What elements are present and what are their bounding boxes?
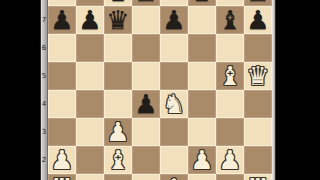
rank-label-1: 1 [41, 174, 47, 180]
rank-label-3: 3 [41, 118, 47, 146]
square-f4[interactable] [188, 90, 216, 118]
black-pawn-e7[interactable]: ♟ [160, 6, 188, 34]
square-b2[interactable] [76, 146, 104, 174]
rank-coordinate-strip: 87654321 [40, 0, 48, 180]
white-pawn-c3[interactable]: ♟ [104, 118, 132, 146]
square-e2[interactable] [160, 146, 188, 174]
board-right-border [272, 0, 276, 180]
square-f7[interactable] [188, 6, 216, 34]
square-e5[interactable] [160, 62, 188, 90]
black-pawn-a7[interactable]: ♟ [48, 6, 76, 34]
square-a3[interactable] [48, 118, 76, 146]
square-b7[interactable]: ♟ [76, 6, 104, 34]
square-b5[interactable] [76, 62, 104, 90]
square-a5[interactable] [48, 62, 76, 90]
board: ♝♜♚♜♟♟♛♟♝♟♝♛♟♞♟♟♝♟♟♜♚♜ [48, 0, 272, 180]
white-pawn-f2[interactable]: ♟ [188, 146, 216, 174]
square-a4[interactable] [48, 90, 76, 118]
square-c6[interactable] [104, 34, 132, 62]
square-e3[interactable] [160, 118, 188, 146]
square-f5[interactable] [188, 62, 216, 90]
square-g7[interactable]: ♝ [216, 6, 244, 34]
square-f2[interactable]: ♟ [188, 146, 216, 174]
rank-label-7: 7 [41, 6, 47, 34]
square-c4[interactable] [104, 90, 132, 118]
square-d6[interactable] [132, 34, 160, 62]
square-e1[interactable]: ♚ [160, 174, 188, 180]
square-b4[interactable] [76, 90, 104, 118]
square-c3[interactable]: ♟ [104, 118, 132, 146]
black-pawn-d4[interactable]: ♟ [132, 90, 160, 118]
rank-label-6: 6 [41, 34, 47, 62]
black-pawn-b7[interactable]: ♟ [76, 6, 104, 34]
white-rook-h1[interactable]: ♜ [244, 174, 272, 180]
square-f6[interactable] [188, 34, 216, 62]
square-h4[interactable] [244, 90, 272, 118]
square-d2[interactable] [132, 146, 160, 174]
rank-label-4: 4 [41, 90, 47, 118]
square-c2[interactable]: ♝ [104, 146, 132, 174]
square-f1[interactable] [188, 174, 216, 180]
square-c5[interactable] [104, 62, 132, 90]
square-d7[interactable] [132, 6, 160, 34]
white-queen-h5[interactable]: ♛ [244, 62, 272, 90]
square-h5[interactable]: ♛ [244, 62, 272, 90]
square-e4[interactable]: ♞ [160, 90, 188, 118]
white-pawn-a2[interactable]: ♟ [48, 146, 76, 174]
square-g1[interactable] [216, 174, 244, 180]
square-c7[interactable]: ♛ [104, 6, 132, 34]
square-f3[interactable] [188, 118, 216, 146]
square-a6[interactable] [48, 34, 76, 62]
square-g4[interactable] [216, 90, 244, 118]
square-e7[interactable]: ♟ [160, 6, 188, 34]
square-d1[interactable] [132, 174, 160, 180]
black-queen-c7[interactable]: ♛ [104, 6, 132, 34]
white-king-e1[interactable]: ♚ [160, 174, 188, 180]
square-b1[interactable] [76, 174, 104, 180]
square-c1[interactable] [104, 174, 132, 180]
white-bishop-c2[interactable]: ♝ [104, 146, 132, 174]
square-a2[interactable]: ♟ [48, 146, 76, 174]
square-h1[interactable]: ♜ [244, 174, 272, 180]
square-h6[interactable] [244, 34, 272, 62]
white-rook-a1[interactable]: ♜ [48, 174, 76, 180]
white-pawn-g2[interactable]: ♟ [216, 146, 244, 174]
square-g2[interactable]: ♟ [216, 146, 244, 174]
square-b3[interactable] [76, 118, 104, 146]
square-b6[interactable] [76, 34, 104, 62]
black-bishop-g7[interactable]: ♝ [216, 6, 244, 34]
square-h3[interactable] [244, 118, 272, 146]
square-d3[interactable] [132, 118, 160, 146]
rank-label-2: 2 [41, 146, 47, 174]
square-g6[interactable] [216, 34, 244, 62]
square-h7[interactable]: ♟ [244, 6, 272, 34]
rank-label-5: 5 [41, 62, 47, 90]
square-a1[interactable]: ♜ [48, 174, 76, 180]
square-a7[interactable]: ♟ [48, 6, 76, 34]
white-knight-e4[interactable]: ♞ [160, 90, 188, 118]
square-d4[interactable]: ♟ [132, 90, 160, 118]
black-pawn-h7[interactable]: ♟ [244, 6, 272, 34]
square-d5[interactable] [132, 62, 160, 90]
square-e6[interactable] [160, 34, 188, 62]
square-h2[interactable] [244, 146, 272, 174]
square-g3[interactable] [216, 118, 244, 146]
chess-board-frame: 87654321 ♝♜♚♜♟♟♛♟♝♟♝♛♟♞♟♟♝♟♟♜♚♜ [0, 0, 320, 180]
white-bishop-g5[interactable]: ♝ [216, 62, 244, 90]
square-g5[interactable]: ♝ [216, 62, 244, 90]
